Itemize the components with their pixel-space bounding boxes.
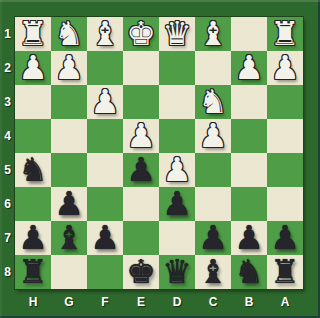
square-c3[interactable]: ♞ — [195, 85, 231, 119]
square-c7[interactable]: ♟ — [195, 221, 231, 255]
square-c6[interactable] — [195, 187, 231, 221]
square-f1[interactable]: ♝ — [87, 17, 123, 51]
black-pawn-h7[interactable]: ♟ — [18, 221, 48, 255]
square-d6[interactable]: ♟ — [159, 187, 195, 221]
rank-label-3: 3 — [0, 85, 15, 119]
black-bishop-c8[interactable]: ♝ — [198, 255, 228, 289]
black-knight-h5[interactable]: ♞ — [18, 153, 48, 187]
white-queen-d1[interactable]: ♛ — [162, 17, 192, 51]
square-c1[interactable]: ♝ — [195, 17, 231, 51]
square-f5[interactable] — [87, 153, 123, 187]
square-e3[interactable] — [123, 85, 159, 119]
black-king-e8[interactable]: ♚ — [126, 255, 156, 289]
square-g4[interactable] — [51, 119, 87, 153]
white-knight-c3[interactable]: ♞ — [198, 85, 228, 119]
black-pawn-d6[interactable]: ♟ — [162, 187, 192, 221]
square-c2[interactable] — [195, 51, 231, 85]
square-f2[interactable] — [87, 51, 123, 85]
square-h8[interactable]: ♜ — [15, 255, 51, 289]
square-a5[interactable] — [267, 153, 303, 187]
board: ♜♞♝♚♛♝♜♟♟♟♟♟♞♟♟♞♟♟♟♟♟♝♟♟♟♟♜♚♛♝♞♜ — [15, 17, 303, 289]
white-pawn-h2[interactable]: ♟ — [18, 51, 48, 85]
square-h7[interactable]: ♟ — [15, 221, 51, 255]
rank-label-4: 4 — [0, 119, 15, 153]
white-pawn-c4[interactable]: ♟ — [198, 119, 228, 153]
black-queen-d8[interactable]: ♛ — [162, 255, 192, 289]
square-a3[interactable] — [267, 85, 303, 119]
square-c4[interactable]: ♟ — [195, 119, 231, 153]
square-h4[interactable] — [15, 119, 51, 153]
white-rook-h1[interactable]: ♜ — [18, 17, 48, 51]
square-b7[interactable]: ♟ — [231, 221, 267, 255]
square-b5[interactable] — [231, 153, 267, 187]
black-knight-b8[interactable]: ♞ — [234, 255, 264, 289]
square-g7[interactable]: ♝ — [51, 221, 87, 255]
file-labels: HGFEDCBA — [15, 289, 303, 315]
square-g8[interactable] — [51, 255, 87, 289]
black-pawn-g6[interactable]: ♟ — [54, 187, 84, 221]
square-g5[interactable] — [51, 153, 87, 187]
white-knight-g1[interactable]: ♞ — [54, 17, 84, 51]
square-h2[interactable]: ♟ — [15, 51, 51, 85]
rank-label-7: 7 — [0, 221, 15, 255]
square-a1[interactable]: ♜ — [267, 17, 303, 51]
square-f8[interactable] — [87, 255, 123, 289]
black-pawn-f7[interactable]: ♟ — [90, 221, 120, 255]
black-bishop-g7[interactable]: ♝ — [54, 221, 84, 255]
square-e2[interactable] — [123, 51, 159, 85]
square-f4[interactable] — [87, 119, 123, 153]
square-a4[interactable] — [267, 119, 303, 153]
white-pawn-e4[interactable]: ♟ — [126, 119, 156, 153]
square-h6[interactable] — [15, 187, 51, 221]
square-c5[interactable] — [195, 153, 231, 187]
white-pawn-a2[interactable]: ♟ — [270, 51, 300, 85]
square-d4[interactable] — [159, 119, 195, 153]
square-d8[interactable]: ♛ — [159, 255, 195, 289]
square-b8[interactable]: ♞ — [231, 255, 267, 289]
square-b1[interactable] — [231, 17, 267, 51]
square-h1[interactable]: ♜ — [15, 17, 51, 51]
black-rook-a8[interactable]: ♜ — [270, 255, 300, 289]
white-bishop-f1[interactable]: ♝ — [90, 17, 120, 51]
square-f6[interactable] — [87, 187, 123, 221]
file-label-e: E — [123, 289, 159, 315]
black-pawn-b7[interactable]: ♟ — [234, 221, 264, 255]
square-g6[interactable]: ♟ — [51, 187, 87, 221]
square-d5[interactable]: ♟ — [159, 153, 195, 187]
square-a8[interactable]: ♜ — [267, 255, 303, 289]
black-pawn-a7[interactable]: ♟ — [270, 221, 300, 255]
square-c8[interactable]: ♝ — [195, 255, 231, 289]
square-b4[interactable] — [231, 119, 267, 153]
file-label-g: G — [51, 289, 87, 315]
square-a6[interactable] — [267, 187, 303, 221]
rank-label-2: 2 — [0, 51, 15, 85]
file-label-a: A — [267, 289, 303, 315]
square-e1[interactable]: ♚ — [123, 17, 159, 51]
square-b3[interactable] — [231, 85, 267, 119]
rank-label-8: 8 — [0, 255, 15, 289]
chess-board-frame: 12345678 ♜♞♝♚♛♝♜♟♟♟♟♟♞♟♟♞♟♟♟♟♟♝♟♟♟♟♜♚♛♝♞… — [0, 0, 320, 318]
white-pawn-f3[interactable]: ♟ — [90, 85, 120, 119]
square-d2[interactable] — [159, 51, 195, 85]
file-label-d: D — [159, 289, 195, 315]
square-h5[interactable]: ♞ — [15, 153, 51, 187]
rank-labels: 12345678 — [0, 17, 15, 289]
file-label-c: C — [195, 289, 231, 315]
white-pawn-d5[interactable]: ♟ — [162, 153, 192, 187]
square-f3[interactable]: ♟ — [87, 85, 123, 119]
square-a2[interactable]: ♟ — [267, 51, 303, 85]
rank-label-1: 1 — [0, 17, 15, 51]
file-label-h: H — [15, 289, 51, 315]
square-e5[interactable]: ♟ — [123, 153, 159, 187]
square-g3[interactable] — [51, 85, 87, 119]
white-pawn-b2[interactable]: ♟ — [234, 51, 264, 85]
square-f7[interactable]: ♟ — [87, 221, 123, 255]
square-d7[interactable] — [159, 221, 195, 255]
square-h3[interactable] — [15, 85, 51, 119]
square-b2[interactable]: ♟ — [231, 51, 267, 85]
square-a7[interactable]: ♟ — [267, 221, 303, 255]
white-bishop-c1[interactable]: ♝ — [198, 17, 228, 51]
white-pawn-g2[interactable]: ♟ — [54, 51, 84, 85]
square-e8[interactable]: ♚ — [123, 255, 159, 289]
square-g1[interactable]: ♞ — [51, 17, 87, 51]
square-b6[interactable] — [231, 187, 267, 221]
square-e7[interactable] — [123, 221, 159, 255]
white-rook-a1[interactable]: ♜ — [270, 17, 300, 51]
file-label-b: B — [231, 289, 267, 315]
file-label-f: F — [87, 289, 123, 315]
square-d3[interactable] — [159, 85, 195, 119]
square-d1[interactable]: ♛ — [159, 17, 195, 51]
square-e4[interactable]: ♟ — [123, 119, 159, 153]
black-pawn-e5[interactable]: ♟ — [126, 153, 156, 187]
white-king-e1[interactable]: ♚ — [126, 17, 156, 51]
rank-label-5: 5 — [0, 153, 15, 187]
square-g2[interactable]: ♟ — [51, 51, 87, 85]
rank-label-6: 6 — [0, 187, 15, 221]
black-pawn-c7[interactable]: ♟ — [198, 221, 228, 255]
black-rook-h8[interactable]: ♜ — [18, 255, 48, 289]
square-e6[interactable] — [123, 187, 159, 221]
